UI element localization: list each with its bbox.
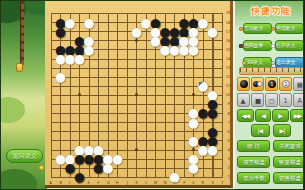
return-to-lecture-button[interactable]: 返回讲义	[6, 149, 43, 163]
board-cell[interactable]	[160, 145, 170, 154]
board-cell[interactable]	[46, 90, 56, 99]
board-cell[interactable]	[122, 118, 132, 127]
board-cell[interactable]	[103, 18, 113, 27]
board-cell[interactable]	[132, 18, 142, 27]
triangle-marker-tool[interactable]: ▲	[237, 93, 250, 107]
board-cell[interactable]	[208, 118, 218, 127]
board-cell[interactable]: ●	[94, 154, 104, 163]
board-cell[interactable]	[84, 90, 94, 99]
board-cell[interactable]: ●	[84, 18, 94, 27]
board-cell[interactable]	[94, 90, 104, 99]
board-cell[interactable]	[160, 99, 170, 108]
board-cell[interactable]	[198, 36, 208, 45]
board-cell[interactable]	[141, 118, 151, 127]
board-cell[interactable]	[122, 63, 132, 72]
board-cell[interactable]	[208, 8, 218, 17]
board-cell[interactable]	[122, 108, 132, 117]
board-cell[interactable]	[65, 145, 75, 154]
board-cell[interactable]	[198, 90, 208, 99]
board-cell[interactable]	[103, 99, 113, 108]
forward-many-button[interactable]: ▶▶	[290, 109, 305, 122]
board-cell[interactable]: ●	[65, 163, 75, 172]
board-cell[interactable]	[56, 99, 66, 108]
board-cell[interactable]	[94, 45, 104, 54]
board-cell[interactable]: ●	[208, 108, 218, 117]
board-cell[interactable]	[75, 8, 85, 17]
board-cell[interactable]	[113, 36, 123, 45]
board-cell[interactable]	[160, 63, 170, 72]
board-cell[interactable]	[198, 72, 208, 81]
board-cell[interactable]	[198, 8, 208, 17]
board-cell[interactable]: ●	[208, 90, 218, 99]
board-cell[interactable]	[65, 118, 75, 127]
board-cell[interactable]	[84, 27, 94, 36]
board-cell[interactable]	[179, 90, 189, 99]
board-cell[interactable]	[103, 81, 113, 90]
board-cell[interactable]	[160, 127, 170, 136]
board-cell[interactable]	[113, 108, 123, 117]
board-cell[interactable]	[198, 163, 208, 172]
number-marker-tool[interactable]: 1	[279, 93, 292, 107]
board-cell[interactable]	[113, 118, 123, 127]
board-cell[interactable]	[179, 163, 189, 172]
board-cell[interactable]	[141, 136, 151, 145]
board-cell[interactable]	[198, 63, 208, 72]
board-cell[interactable]	[94, 81, 104, 90]
numbered-black-stone-tool[interactable]: 1	[265, 77, 278, 91]
board-cell[interactable]	[189, 8, 199, 17]
board-cell[interactable]: ●	[179, 36, 189, 45]
board-cell[interactable]	[141, 72, 151, 81]
board-cell[interactable]	[46, 127, 56, 136]
board-cell[interactable]	[122, 81, 132, 90]
board-cell[interactable]: ●	[198, 18, 208, 27]
letter-marker-tool[interactable]: A	[293, 93, 304, 107]
board-cell[interactable]	[132, 45, 142, 54]
circle-marker-tool[interactable]: ○	[265, 93, 278, 107]
board-cell[interactable]	[160, 108, 170, 117]
board-cell[interactable]: ●	[208, 136, 218, 145]
board-cell[interactable]	[132, 154, 142, 163]
board-cell[interactable]	[160, 90, 170, 99]
board-cell[interactable]	[113, 99, 123, 108]
board-cell[interactable]	[56, 127, 66, 136]
open-lecture-button[interactable]: 打开讲义	[275, 40, 304, 51]
board-cell[interactable]: ●	[208, 145, 218, 154]
board-cell[interactable]	[122, 54, 132, 63]
clear-board-button[interactable]: 清空棋盘	[237, 156, 270, 168]
board-cell[interactable]	[170, 63, 180, 72]
board-cell[interactable]	[56, 136, 66, 145]
board-cell[interactable]: ●	[160, 36, 170, 45]
board-cell[interactable]	[141, 154, 151, 163]
restore-board-button[interactable]: 恢复棋盘	[273, 156, 304, 168]
board-cell[interactable]	[170, 18, 180, 27]
board-cell[interactable]	[198, 45, 208, 54]
board-cell[interactable]	[46, 99, 56, 108]
board-cell[interactable]	[122, 136, 132, 145]
close-problem-library-button[interactable]: 关闭题库	[273, 140, 304, 152]
board-cell[interactable]	[160, 8, 170, 17]
board-cell[interactable]	[84, 136, 94, 145]
board-cell[interactable]	[151, 99, 161, 108]
board-cell[interactable]	[103, 145, 113, 154]
board-cell[interactable]	[132, 81, 142, 90]
board-cell[interactable]: ●	[132, 27, 142, 36]
board-cell[interactable]	[46, 81, 56, 90]
board-cell[interactable]	[46, 8, 56, 17]
board-cell[interactable]: ●	[113, 154, 123, 163]
board-cell[interactable]: ●	[103, 154, 113, 163]
board-cell[interactable]	[75, 136, 85, 145]
board-cell[interactable]	[170, 154, 180, 163]
board-cell[interactable]	[113, 54, 123, 63]
board-cell[interactable]	[46, 45, 56, 54]
board-cell[interactable]	[208, 81, 218, 90]
board-cell[interactable]	[170, 118, 180, 127]
board-cell[interactable]	[198, 54, 208, 63]
go-to-end-button[interactable]: ▶|	[273, 124, 292, 137]
board-cell[interactable]	[160, 118, 170, 127]
board-cell[interactable]: ●	[56, 45, 66, 54]
board-cell[interactable]: ●	[84, 36, 94, 45]
board-cell[interactable]	[65, 63, 75, 72]
board-cell[interactable]	[208, 36, 218, 45]
board-cell[interactable]	[65, 127, 75, 136]
back-many-button[interactable]: ◀◀	[237, 109, 254, 122]
board-cell[interactable]	[189, 127, 199, 136]
board-cell[interactable]: ●	[56, 27, 66, 36]
board-cell[interactable]: ●	[75, 45, 85, 54]
board-cell[interactable]	[151, 118, 161, 127]
board-cell[interactable]	[141, 45, 151, 54]
board-cell[interactable]	[84, 54, 94, 63]
board-cell[interactable]: ●	[160, 27, 170, 36]
board-cell[interactable]	[141, 108, 151, 117]
show-move-numbers-button[interactable]: 显示手数	[237, 172, 270, 184]
board-cell[interactable]	[94, 136, 104, 145]
board-cell[interactable]	[198, 27, 208, 36]
board-cell[interactable]	[198, 127, 208, 136]
board-cell[interactable]	[103, 36, 113, 45]
board-cell[interactable]: ●	[198, 108, 208, 117]
board-cell[interactable]	[189, 99, 199, 108]
board-cell[interactable]	[75, 118, 85, 127]
board-cell[interactable]	[151, 163, 161, 172]
board-cell[interactable]	[94, 36, 104, 45]
board-cell[interactable]: ●	[151, 18, 161, 27]
board-cell[interactable]: ●	[65, 45, 75, 54]
board-cell[interactable]	[151, 54, 161, 63]
board-cell[interactable]	[179, 63, 189, 72]
board-cell[interactable]	[56, 36, 66, 45]
board-cell[interactable]	[84, 118, 94, 127]
board-cell[interactable]	[75, 18, 85, 27]
eraser-tool[interactable]: ▦	[293, 77, 304, 91]
board-cell[interactable]	[122, 90, 132, 99]
board-cell[interactable]: ●	[189, 118, 199, 127]
board-cell[interactable]	[208, 63, 218, 72]
board-cell[interactable]: ●	[189, 163, 199, 172]
board-cell[interactable]	[103, 72, 113, 81]
board-cell[interactable]	[46, 72, 56, 81]
board-cell[interactable]	[151, 127, 161, 136]
board-cell[interactable]	[170, 54, 180, 63]
board-cell[interactable]	[46, 54, 56, 63]
board-cell[interactable]	[84, 127, 94, 136]
board-cell[interactable]	[84, 163, 94, 172]
board-cell[interactable]	[189, 145, 199, 154]
board-cell[interactable]: ●	[179, 27, 189, 36]
board-cell[interactable]: ●	[160, 45, 170, 54]
board-cell[interactable]: ●	[84, 145, 94, 154]
board-cell[interactable]	[198, 99, 208, 108]
board-cell[interactable]	[189, 72, 199, 81]
board-cell[interactable]	[84, 81, 94, 90]
board-cell[interactable]	[179, 118, 189, 127]
board-cell[interactable]	[75, 127, 85, 136]
board-cell[interactable]	[141, 99, 151, 108]
board-cell[interactable]	[179, 136, 189, 145]
board-cell[interactable]	[94, 127, 104, 136]
board-cell[interactable]	[141, 63, 151, 72]
alternate-stones-tool[interactable]	[251, 77, 264, 91]
board-cell[interactable]	[170, 72, 180, 81]
board-cell[interactable]	[160, 163, 170, 172]
board-cell[interactable]	[132, 54, 142, 63]
board-cell[interactable]	[122, 127, 132, 136]
board-cell[interactable]: ●	[75, 36, 85, 45]
board-cell[interactable]	[160, 81, 170, 90]
board-cell[interactable]	[113, 81, 123, 90]
board-cell[interactable]	[170, 81, 180, 90]
board-cell[interactable]: ●	[189, 36, 199, 45]
square-marker-tool[interactable]: ■	[251, 93, 264, 107]
board-cell[interactable]	[208, 18, 218, 27]
board-cell[interactable]: ●	[208, 127, 218, 136]
board-cell[interactable]	[75, 81, 85, 90]
board-cell[interactable]	[132, 90, 142, 99]
board-cell[interactable]	[103, 90, 113, 99]
board-cell[interactable]: ●	[75, 154, 85, 163]
board-cell[interactable]	[103, 63, 113, 72]
board-cell[interactable]	[65, 90, 75, 99]
board-cell[interactable]	[103, 54, 113, 63]
board-cell[interactable]	[151, 63, 161, 72]
board-cell[interactable]	[94, 27, 104, 36]
board-cell[interactable]	[65, 36, 75, 45]
board-cell[interactable]	[132, 72, 142, 81]
board-cell[interactable]	[94, 72, 104, 81]
board-cell[interactable]	[84, 99, 94, 108]
board-cell[interactable]	[94, 118, 104, 127]
board-cell[interactable]	[132, 127, 142, 136]
black-stone-tool[interactable]	[237, 77, 250, 91]
board-cell[interactable]	[94, 54, 104, 63]
board-cell[interactable]	[94, 99, 104, 108]
board-cell[interactable]	[113, 45, 123, 54]
board-cell[interactable]	[46, 118, 56, 127]
board-cell[interactable]	[151, 154, 161, 163]
board-cell[interactable]: ●	[103, 163, 113, 172]
board-cell[interactable]	[208, 54, 218, 63]
board-cell[interactable]	[141, 54, 151, 63]
board-cell[interactable]	[65, 72, 75, 81]
board-cell[interactable]	[151, 136, 161, 145]
board-cell[interactable]	[94, 18, 104, 27]
board-cell[interactable]: ●	[189, 18, 199, 27]
board-cell[interactable]	[132, 118, 142, 127]
board-cell[interactable]	[189, 81, 199, 90]
board-cell[interactable]: ●	[208, 27, 218, 36]
board-cell[interactable]	[170, 99, 180, 108]
board-cell[interactable]: ●	[170, 27, 180, 36]
board-cell[interactable]: ●	[189, 108, 199, 117]
board-cell[interactable]	[141, 27, 151, 36]
board-cell[interactable]	[113, 8, 123, 17]
board-cell[interactable]	[179, 99, 189, 108]
board-cell[interactable]: ●	[94, 163, 104, 172]
board-cell[interactable]: ●	[141, 18, 151, 27]
board-cell[interactable]	[141, 163, 151, 172]
board-cell[interactable]	[84, 8, 94, 17]
board-cell[interactable]	[94, 108, 104, 117]
board-cell[interactable]	[56, 163, 66, 172]
board-cell[interactable]: ●	[198, 145, 208, 154]
board-cell[interactable]	[103, 118, 113, 127]
go-stories-button[interactable]: 围棋故事	[243, 40, 272, 51]
board-cell[interactable]	[113, 63, 123, 72]
board-cell[interactable]	[46, 27, 56, 36]
board-cell[interactable]	[65, 8, 75, 17]
board-cell[interactable]	[179, 54, 189, 63]
board-cell[interactable]	[46, 145, 56, 154]
board-cell[interactable]	[94, 63, 104, 72]
board-cell[interactable]	[198, 118, 208, 127]
board-cell[interactable]	[151, 45, 161, 54]
switch-board-button[interactable]: 切换棋盘	[273, 172, 304, 184]
board-cell[interactable]	[151, 8, 161, 17]
board-cell[interactable]	[56, 118, 66, 127]
board-cell[interactable]	[141, 127, 151, 136]
board-cell[interactable]: ●	[84, 154, 94, 163]
board-cell[interactable]	[189, 54, 199, 63]
forward-one-button[interactable]: ▶	[272, 109, 289, 122]
board-cell[interactable]: ●	[56, 54, 66, 63]
board-cell[interactable]	[179, 154, 189, 163]
board-cell[interactable]	[141, 8, 151, 17]
board-cell[interactable]	[56, 63, 66, 72]
board-cell[interactable]	[189, 63, 199, 72]
board-cell[interactable]	[113, 90, 123, 99]
board-cell[interactable]	[170, 8, 180, 17]
board-cell[interactable]	[141, 90, 151, 99]
board-cell[interactable]	[65, 108, 75, 117]
board-cell[interactable]	[170, 90, 180, 99]
board-cell[interactable]	[208, 154, 218, 163]
board-cell[interactable]: ●	[65, 54, 75, 63]
board-cell[interactable]	[65, 81, 75, 90]
board-cell[interactable]: ●	[170, 45, 180, 54]
board-cell[interactable]: ●	[56, 18, 66, 27]
board-cell[interactable]	[208, 72, 218, 81]
numbered-white-stone-tool[interactable]: 1	[279, 77, 292, 91]
board-cell[interactable]	[132, 163, 142, 172]
board-cell[interactable]	[160, 136, 170, 145]
board-cell[interactable]	[151, 145, 161, 154]
board-cell[interactable]	[198, 154, 208, 163]
board-cell[interactable]: ●	[198, 136, 208, 145]
interactive-teaching-button[interactable]: 互动教学	[243, 23, 272, 34]
board-cell[interactable]	[84, 63, 94, 72]
board-cell[interactable]	[170, 145, 180, 154]
board-cell[interactable]	[46, 154, 56, 163]
board-cell[interactable]	[170, 163, 180, 172]
board-cell[interactable]: ●	[75, 145, 85, 154]
board-cell[interactable]	[56, 108, 66, 117]
board-cell[interactable]	[122, 18, 132, 27]
board-cell[interactable]	[46, 108, 56, 117]
board-cell[interactable]	[122, 36, 132, 45]
board-cell[interactable]	[65, 99, 75, 108]
board-cell[interactable]	[179, 8, 189, 17]
board-cell[interactable]: ●	[198, 81, 208, 90]
board-cell[interactable]	[103, 127, 113, 136]
board-cell[interactable]	[132, 36, 142, 45]
board-cell[interactable]	[113, 27, 123, 36]
board-cell[interactable]	[132, 136, 142, 145]
board-cell[interactable]	[56, 81, 66, 90]
board-cell[interactable]	[170, 127, 180, 136]
board-cell[interactable]	[56, 145, 66, 154]
board-cell[interactable]	[151, 81, 161, 90]
board-cell[interactable]	[189, 90, 199, 99]
board-cell[interactable]: ●	[189, 154, 199, 163]
board-cell[interactable]	[94, 8, 104, 17]
board-cell[interactable]	[113, 127, 123, 136]
board-cell[interactable]	[75, 72, 85, 81]
board-cell[interactable]	[103, 108, 113, 117]
board-cell[interactable]: ●	[208, 99, 218, 108]
board-cell[interactable]	[84, 108, 94, 117]
board-cell[interactable]	[122, 72, 132, 81]
board-cell[interactable]	[113, 72, 123, 81]
board-cell[interactable]: ●	[189, 45, 199, 54]
board-cell[interactable]	[179, 145, 189, 154]
board-cell[interactable]	[113, 136, 123, 145]
board-cell[interactable]	[160, 72, 170, 81]
board-cell[interactable]: ●	[56, 154, 66, 163]
board-cell[interactable]	[75, 108, 85, 117]
board-cell[interactable]	[132, 99, 142, 108]
discussion-button[interactable]: 研 讨	[237, 140, 270, 152]
board-cell[interactable]	[179, 72, 189, 81]
board-cell[interactable]	[56, 8, 66, 17]
board-cell[interactable]	[132, 108, 142, 117]
board-cell[interactable]	[46, 36, 56, 45]
board-cell[interactable]: ●	[151, 27, 161, 36]
board-cell[interactable]	[103, 136, 113, 145]
board-cell[interactable]	[151, 90, 161, 99]
manage-teaching-button[interactable]: 管理教学	[275, 23, 304, 34]
board-cell[interactable]	[103, 45, 113, 54]
board-cell[interactable]: ●	[179, 45, 189, 54]
board-cell[interactable]	[151, 108, 161, 117]
board-cell[interactable]: ●	[189, 136, 199, 145]
board-cell[interactable]	[160, 18, 170, 27]
board-cell[interactable]	[132, 8, 142, 17]
board-cell[interactable]	[141, 81, 151, 90]
